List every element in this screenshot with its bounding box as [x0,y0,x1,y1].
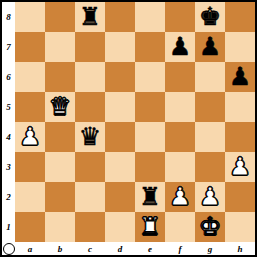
piece-black-pawn[interactable]: ♟ [199,32,221,62]
square-f3[interactable] [165,152,195,182]
file-label-d: d [105,242,135,255]
square-a4[interactable]: ♟ [15,122,45,152]
square-h2[interactable] [225,182,255,212]
piece-white-pawn[interactable]: ♟ [199,182,221,212]
square-g6[interactable] [195,62,225,92]
square-h8[interactable] [225,2,255,32]
square-e6[interactable] [135,62,165,92]
square-e4[interactable] [135,122,165,152]
square-h7[interactable] [225,32,255,62]
file-label-h: h [225,242,255,255]
square-e7[interactable] [135,32,165,62]
square-f6[interactable] [165,62,195,92]
square-e2[interactable]: ♜ [135,182,165,212]
piece-white-pawn[interactable]: ♟ [19,122,41,152]
rank-label-6: 6 [2,62,15,92]
chess-board[interactable]: ♜♚♟♟♟♛♟♛♟♜♟♟♜♚ [15,2,255,242]
rank-label-2: 2 [2,182,15,212]
square-e8[interactable] [135,2,165,32]
rank-label-7: 7 [2,32,15,62]
rank-label-3: 3 [2,152,15,182]
square-d8[interactable] [105,2,135,32]
square-f8[interactable] [165,2,195,32]
square-b4[interactable] [45,122,75,152]
square-d4[interactable] [105,122,135,152]
square-b3[interactable] [45,152,75,182]
square-a1[interactable] [15,212,45,242]
square-g1[interactable]: ♚ [195,212,225,242]
square-h5[interactable] [225,92,255,122]
side-to-move-indicator [3,243,15,255]
square-h6[interactable]: ♟ [225,62,255,92]
square-d6[interactable] [105,62,135,92]
piece-white-rook[interactable]: ♜ [139,212,161,242]
piece-black-rook[interactable]: ♜ [139,182,161,212]
square-g7[interactable]: ♟ [195,32,225,62]
piece-white-king[interactable]: ♚ [199,212,221,242]
square-a6[interactable] [15,62,45,92]
square-h3[interactable]: ♟ [225,152,255,182]
square-b1[interactable] [45,212,75,242]
piece-black-queen[interactable]: ♛ [79,122,101,152]
square-e3[interactable] [135,152,165,182]
file-label-b: b [45,242,75,255]
square-b8[interactable] [45,2,75,32]
piece-white-pawn[interactable]: ♟ [229,152,251,182]
square-a3[interactable] [15,152,45,182]
square-g4[interactable] [195,122,225,152]
rank-label-4: 4 [2,122,15,152]
square-h4[interactable] [225,122,255,152]
piece-white-queen[interactable]: ♛ [49,92,71,122]
square-c5[interactable] [75,92,105,122]
square-f4[interactable] [165,122,195,152]
square-e1[interactable]: ♜ [135,212,165,242]
file-labels: abcdefgh [15,242,255,255]
square-h1[interactable] [225,212,255,242]
square-g2[interactable]: ♟ [195,182,225,212]
square-d5[interactable] [105,92,135,122]
square-d7[interactable] [105,32,135,62]
file-label-f: f [165,242,195,255]
square-c3[interactable] [75,152,105,182]
chess-diagram: 87654321 ♜♚♟♟♟♛♟♛♟♜♟♟♜♚ abcdefgh [0,0,257,257]
piece-black-pawn[interactable]: ♟ [169,32,191,62]
piece-white-pawn[interactable]: ♟ [169,182,191,212]
square-a5[interactable] [15,92,45,122]
square-b6[interactable] [45,62,75,92]
piece-black-king[interactable]: ♚ [199,2,221,32]
square-a7[interactable] [15,32,45,62]
square-g5[interactable] [195,92,225,122]
rank-label-1: 1 [2,212,15,242]
square-c8[interactable]: ♜ [75,2,105,32]
square-a2[interactable] [15,182,45,212]
piece-black-pawn[interactable]: ♟ [229,62,251,92]
rank-label-5: 5 [2,92,15,122]
rank-labels: 87654321 [2,2,15,242]
square-d2[interactable] [105,182,135,212]
square-c1[interactable] [75,212,105,242]
square-a8[interactable] [15,2,45,32]
square-g8[interactable]: ♚ [195,2,225,32]
square-d1[interactable] [105,212,135,242]
square-b2[interactable] [45,182,75,212]
square-c7[interactable] [75,32,105,62]
file-label-c: c [75,242,105,255]
piece-black-rook[interactable]: ♜ [79,2,101,32]
file-label-g: g [195,242,225,255]
file-label-e: e [135,242,165,255]
square-d3[interactable] [105,152,135,182]
square-b5[interactable]: ♛ [45,92,75,122]
square-c2[interactable] [75,182,105,212]
square-b7[interactable] [45,32,75,62]
square-g3[interactable] [195,152,225,182]
square-f1[interactable] [165,212,195,242]
square-e5[interactable] [135,92,165,122]
rank-label-8: 8 [2,2,15,32]
square-c4[interactable]: ♛ [75,122,105,152]
square-f7[interactable]: ♟ [165,32,195,62]
square-f2[interactable]: ♟ [165,182,195,212]
square-f5[interactable] [165,92,195,122]
file-label-a: a [15,242,45,255]
square-c6[interactable] [75,62,105,92]
